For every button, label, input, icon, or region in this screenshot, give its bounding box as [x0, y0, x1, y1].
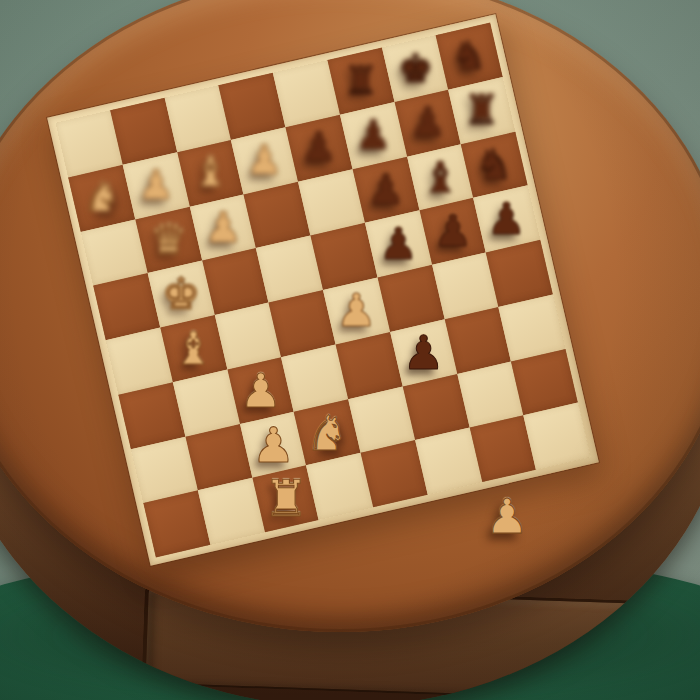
black-bishop-g6[interactable]: ♝: [412, 149, 468, 205]
black-rook-f8[interactable]: ♜: [333, 53, 389, 109]
white-rook-c1[interactable]: ♜: [258, 471, 314, 527]
square-h1[interactable]: [524, 403, 591, 470]
black-knight-h8[interactable]: ♞: [441, 28, 497, 84]
white-bishop-c7[interactable]: ♝: [182, 145, 238, 201]
black-pawn-h5[interactable]: ♟: [479, 191, 535, 247]
white-pawn-e4[interactable]: ♟: [329, 283, 385, 339]
black-pawn-e7[interactable]: ♟: [291, 120, 347, 176]
black-pawn-f5[interactable]: ♟: [370, 216, 426, 272]
black-pawn-f7[interactable]: ♟: [345, 108, 401, 164]
white-pawn-d7[interactable]: ♟: [237, 133, 293, 189]
off-board-white-pawn[interactable]: ♟: [478, 487, 536, 545]
white-pawn-b7[interactable]: ♟: [128, 158, 184, 214]
black-pawn-f6[interactable]: ♟: [358, 162, 414, 218]
chess-set-photo-scene: ♜♚♞♞♟♝♟♟♟♟♜♛♟♟♝♞♚♟♟♟♝♟♟♟♟♞♜ ♟: [0, 0, 700, 700]
white-knight-a7[interactable]: ♞: [74, 170, 130, 226]
white-knight-d2[interactable]: ♞: [299, 404, 355, 460]
white-pawn-c6[interactable]: ♟: [195, 199, 251, 255]
white-pawn-c3[interactable]: ♟: [232, 362, 288, 418]
black-pawn-g7[interactable]: ♟: [400, 95, 456, 151]
black-king-g8[interactable]: ♚: [387, 41, 443, 97]
black-knight-h6[interactable]: ♞: [466, 137, 522, 193]
white-king-b5[interactable]: ♚: [153, 266, 209, 322]
black-pawn-g5[interactable]: ♟: [425, 204, 481, 260]
white-bishop-b4[interactable]: ♝: [166, 321, 222, 377]
chess-board: ♜♚♞♞♟♝♟♟♟♟♜♛♟♟♝♞♚♟♟♟♝♟♟♟♟♞♜: [56, 23, 591, 558]
black-rook-h7[interactable]: ♜: [454, 82, 510, 138]
white-queen-b6[interactable]: ♛: [141, 212, 197, 268]
white-pawn-c2[interactable]: ♟: [245, 417, 301, 473]
black-pawn-f3[interactable]: ♟: [395, 325, 451, 381]
